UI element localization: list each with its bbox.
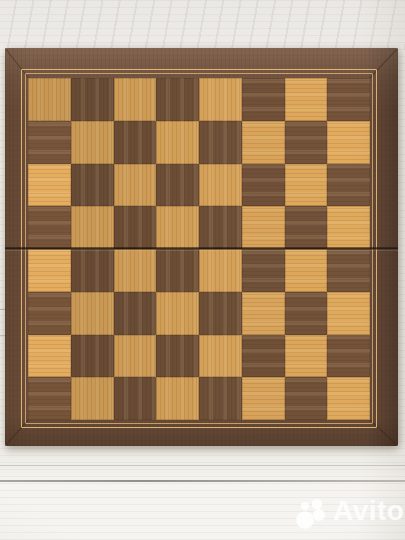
square-a2	[28, 335, 71, 378]
product-photo: Avito	[0, 0, 405, 540]
square-d8	[156, 78, 199, 121]
square-c1	[114, 377, 157, 420]
square-g6	[285, 164, 328, 207]
avito-watermark: Avito	[294, 491, 404, 531]
square-g2	[285, 335, 328, 378]
square-f3	[242, 292, 285, 335]
square-h5	[327, 206, 370, 249]
square-h4	[327, 249, 370, 292]
square-e5	[199, 206, 242, 249]
square-b3	[71, 292, 114, 335]
board-squares	[28, 78, 370, 420]
square-c7	[114, 121, 157, 164]
square-a1	[28, 377, 71, 420]
square-e4	[199, 249, 242, 292]
square-h2	[327, 335, 370, 378]
square-d1	[156, 377, 199, 420]
square-d7	[156, 121, 199, 164]
square-c2	[114, 335, 157, 378]
square-g4	[285, 249, 328, 292]
square-a3	[28, 292, 71, 335]
square-b6	[71, 164, 114, 207]
square-e3	[199, 292, 242, 335]
square-f4	[242, 249, 285, 292]
square-g8	[285, 78, 328, 121]
square-a7	[28, 121, 71, 164]
square-g1	[285, 377, 328, 420]
square-c3	[114, 292, 157, 335]
square-f1	[242, 377, 285, 420]
square-b7	[71, 121, 114, 164]
square-a6	[28, 164, 71, 207]
square-b1	[71, 377, 114, 420]
square-b4	[71, 249, 114, 292]
square-h3	[327, 292, 370, 335]
square-e1	[199, 377, 242, 420]
square-d4	[156, 249, 199, 292]
square-a8	[28, 78, 71, 121]
square-f5	[242, 206, 285, 249]
square-e2	[199, 335, 242, 378]
square-d2	[156, 335, 199, 378]
square-d3	[156, 292, 199, 335]
square-c5	[114, 206, 157, 249]
square-c4	[114, 249, 157, 292]
square-e6	[199, 164, 242, 207]
square-h6	[327, 164, 370, 207]
square-g5	[285, 206, 328, 249]
plank-seam-upper	[0, 465, 405, 466]
square-d6	[156, 164, 199, 207]
avito-logo-icon	[294, 491, 332, 531]
square-f2	[242, 335, 285, 378]
square-f7	[242, 121, 285, 164]
square-b2	[71, 335, 114, 378]
square-e8	[199, 78, 242, 121]
square-c6	[114, 164, 157, 207]
square-h8	[327, 78, 370, 121]
square-f8	[242, 78, 285, 121]
square-g7	[285, 121, 328, 164]
square-f6	[242, 164, 285, 207]
square-a5	[28, 206, 71, 249]
square-d5	[156, 206, 199, 249]
avito-watermark-text: Avito	[333, 495, 404, 527]
square-b5	[71, 206, 114, 249]
square-g3	[285, 292, 328, 335]
square-h7	[327, 121, 370, 164]
chess-board	[5, 48, 398, 446]
plank-seam-lower	[0, 480, 405, 482]
square-a4	[28, 249, 71, 292]
square-c8	[114, 78, 157, 121]
square-e7	[199, 121, 242, 164]
square-h1	[327, 377, 370, 420]
square-b8	[71, 78, 114, 121]
